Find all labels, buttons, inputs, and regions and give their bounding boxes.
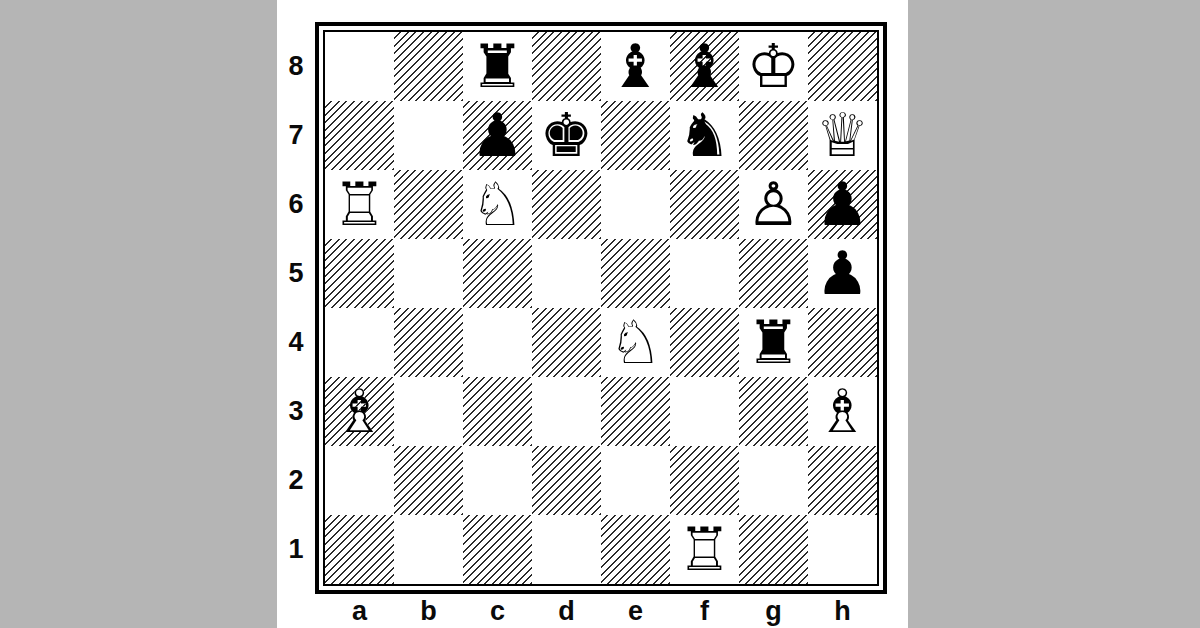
square-a7[interactable] <box>325 101 394 170</box>
square-b4[interactable] <box>394 308 463 377</box>
white-queen-piece[interactable]: ♛♕ <box>808 101 877 170</box>
square-c1[interactable] <box>463 515 532 584</box>
white-bishop-piece[interactable]: ♝♗ <box>325 377 394 446</box>
square-h3[interactable]: ♝♗ <box>808 377 877 446</box>
rank-label-8: 8 <box>277 32 315 101</box>
black-king-piece[interactable]: ♚ <box>532 101 601 170</box>
piece-glyph: ♘ <box>463 170 532 239</box>
square-f1[interactable]: ♜♖ <box>670 515 739 584</box>
square-b1[interactable] <box>394 515 463 584</box>
file-label-a: a <box>325 596 394 626</box>
square-g2[interactable] <box>739 446 808 515</box>
square-e4[interactable]: ♞♘ <box>601 308 670 377</box>
rank-labels: 87654321 <box>277 32 315 584</box>
rank-label-2: 2 <box>277 446 315 515</box>
square-g6[interactable]: ♟♙ <box>739 170 808 239</box>
square-d7[interactable]: ♚ <box>532 101 601 170</box>
rank-label-5: 5 <box>277 239 315 308</box>
file-label-c: c <box>463 596 532 626</box>
square-h6[interactable]: ♟ <box>808 170 877 239</box>
file-label-d: d <box>532 596 601 626</box>
piece-glyph: ♕ <box>808 101 877 170</box>
chess-board: ♜♝♝♚♔♟♚♞♛♕♜♖♞♘♟♙♟♟♞♘♜♝♗♝♗♜♖ <box>325 32 877 584</box>
square-d5[interactable] <box>532 239 601 308</box>
square-f5[interactable] <box>670 239 739 308</box>
square-f7[interactable]: ♞ <box>670 101 739 170</box>
square-e8[interactable]: ♝ <box>601 32 670 101</box>
piece-glyph: ♗ <box>325 377 394 446</box>
rank-label-3: 3 <box>277 377 315 446</box>
black-rook-piece[interactable]: ♜ <box>463 32 532 101</box>
square-f2[interactable] <box>670 446 739 515</box>
square-a3[interactable]: ♝♗ <box>325 377 394 446</box>
file-label-e: e <box>601 596 670 626</box>
square-e1[interactable] <box>601 515 670 584</box>
square-a4[interactable] <box>325 308 394 377</box>
file-label-h: h <box>808 596 877 626</box>
square-c4[interactable] <box>463 308 532 377</box>
square-a8[interactable] <box>325 32 394 101</box>
square-g8[interactable]: ♚♔ <box>739 32 808 101</box>
square-c7[interactable]: ♟ <box>463 101 532 170</box>
square-b2[interactable] <box>394 446 463 515</box>
rank-label-1: 1 <box>277 515 315 584</box>
piece-glyph: ♖ <box>670 515 739 584</box>
black-pawn-piece[interactable]: ♟ <box>808 239 877 308</box>
file-label-b: b <box>394 596 463 626</box>
white-bishop-piece[interactable]: ♝♗ <box>808 377 877 446</box>
white-rook-piece[interactable]: ♜♖ <box>670 515 739 584</box>
rank-label-7: 7 <box>277 101 315 170</box>
square-d4[interactable] <box>532 308 601 377</box>
square-c2[interactable] <box>463 446 532 515</box>
file-label-g: g <box>739 596 808 626</box>
square-e3[interactable] <box>601 377 670 446</box>
square-g1[interactable] <box>739 515 808 584</box>
page-background: 87654321 ♜♝♝♚♔♟♚♞♛♕♜♖♞♘♟♙♟♟♞♘♜♝♗♝♗♜♖ abc… <box>0 0 1200 628</box>
square-a1[interactable] <box>325 515 394 584</box>
square-c6[interactable]: ♞♘ <box>463 170 532 239</box>
black-knight-piece[interactable]: ♞ <box>670 101 739 170</box>
piece-glyph: ♔ <box>739 32 808 101</box>
square-g3[interactable] <box>739 377 808 446</box>
square-d3[interactable] <box>532 377 601 446</box>
white-knight-piece[interactable]: ♞♘ <box>463 170 532 239</box>
piece-glyph: ♗ <box>808 377 877 446</box>
square-f3[interactable] <box>670 377 739 446</box>
square-d6[interactable] <box>532 170 601 239</box>
square-d1[interactable] <box>532 515 601 584</box>
board-inner-border: ♜♝♝♚♔♟♚♞♛♕♜♖♞♘♟♙♟♟♞♘♜♝♗♝♗♜♖ <box>323 30 879 586</box>
square-f6[interactable] <box>670 170 739 239</box>
square-c5[interactable] <box>463 239 532 308</box>
square-e7[interactable] <box>601 101 670 170</box>
square-b5[interactable] <box>394 239 463 308</box>
square-a5[interactable] <box>325 239 394 308</box>
black-pawn-piece[interactable]: ♟ <box>463 101 532 170</box>
square-g7[interactable] <box>739 101 808 170</box>
square-e2[interactable] <box>601 446 670 515</box>
chess-diagram-panel: 87654321 ♜♝♝♚♔♟♚♞♛♕♜♖♞♘♟♙♟♟♞♘♜♝♗♝♗♜♖ abc… <box>277 0 908 628</box>
square-a2[interactable] <box>325 446 394 515</box>
square-e6[interactable] <box>601 170 670 239</box>
square-f4[interactable] <box>670 308 739 377</box>
square-h8[interactable] <box>808 32 877 101</box>
square-h1[interactable] <box>808 515 877 584</box>
square-d8[interactable] <box>532 32 601 101</box>
piece-glyph: ♙ <box>739 170 808 239</box>
square-g4[interactable]: ♜ <box>739 308 808 377</box>
square-d2[interactable] <box>532 446 601 515</box>
board-border: ♜♝♝♚♔♟♚♞♛♕♜♖♞♘♟♙♟♟♞♘♜♝♗♝♗♜♖ <box>315 22 887 594</box>
square-e5[interactable] <box>601 239 670 308</box>
square-b8[interactable] <box>394 32 463 101</box>
piece-glyph: ♖ <box>325 170 394 239</box>
square-c8[interactable]: ♜ <box>463 32 532 101</box>
black-bishop-piece[interactable]: ♝ <box>601 32 670 101</box>
white-rook-piece[interactable]: ♜♖ <box>325 170 394 239</box>
rank-label-6: 6 <box>277 170 315 239</box>
black-rook-piece[interactable]: ♜ <box>739 308 808 377</box>
file-labels: abcdefgh <box>325 596 877 626</box>
square-h4[interactable] <box>808 308 877 377</box>
square-g5[interactable] <box>739 239 808 308</box>
black-pawn-piece[interactable]: ♟ <box>808 170 877 239</box>
white-pawn-piece[interactable]: ♟♙ <box>739 170 808 239</box>
square-f8[interactable]: ♝ <box>670 32 739 101</box>
square-h7[interactable]: ♛♕ <box>808 101 877 170</box>
square-b6[interactable] <box>394 170 463 239</box>
white-knight-piece[interactable]: ♞♘ <box>601 308 670 377</box>
piece-glyph: ♘ <box>601 308 670 377</box>
file-label-f: f <box>670 596 739 626</box>
black-bishop-piece[interactable]: ♝ <box>670 32 739 101</box>
square-h5[interactable]: ♟ <box>808 239 877 308</box>
square-b7[interactable] <box>394 101 463 170</box>
square-h2[interactable] <box>808 446 877 515</box>
square-a6[interactable]: ♜♖ <box>325 170 394 239</box>
rank-label-4: 4 <box>277 308 315 377</box>
white-king-piece[interactable]: ♚♔ <box>739 32 808 101</box>
square-c3[interactable] <box>463 377 532 446</box>
square-b3[interactable] <box>394 377 463 446</box>
